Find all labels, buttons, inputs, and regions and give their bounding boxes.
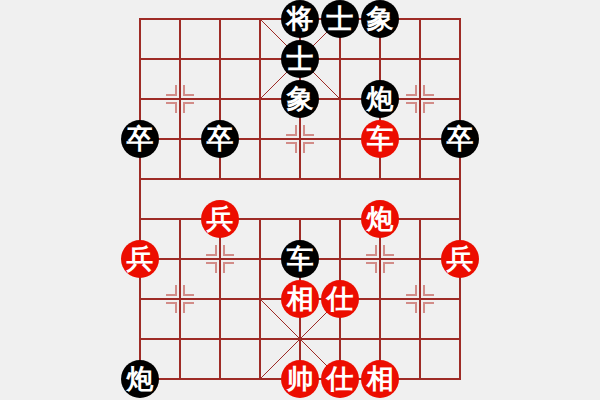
piece-black-advisor[interactable]: 士 <box>321 0 359 38</box>
piece-black-general[interactable]: 将 <box>281 0 319 38</box>
piece-black-soldier[interactable]: 卒 <box>441 120 479 158</box>
piece-black-cannon[interactable]: 炮 <box>361 80 399 118</box>
piece-black-soldier[interactable]: 卒 <box>121 120 159 158</box>
piece-red-advisor[interactable]: 仕 <box>321 280 359 318</box>
piece-red-soldier[interactable]: 兵 <box>441 240 479 278</box>
pieces-layer: 将士象士象炮卒卒车卒兵炮兵车兵相仕炮帅仕相 <box>0 0 600 400</box>
piece-red-elephant[interactable]: 相 <box>281 280 319 318</box>
piece-red-chariot[interactable]: 车 <box>361 120 399 158</box>
piece-red-soldier[interactable]: 兵 <box>121 240 159 278</box>
piece-red-general[interactable]: 帅 <box>281 360 319 398</box>
piece-red-advisor[interactable]: 仕 <box>321 360 359 398</box>
piece-black-elephant[interactable]: 象 <box>361 0 399 38</box>
xiangqi-board: 将士象士象炮卒卒车卒兵炮兵车兵相仕炮帅仕相 <box>0 0 600 400</box>
piece-black-soldier[interactable]: 卒 <box>201 120 239 158</box>
piece-red-cannon[interactable]: 炮 <box>361 200 399 238</box>
piece-red-elephant[interactable]: 相 <box>361 360 399 398</box>
piece-black-cannon[interactable]: 炮 <box>121 360 159 398</box>
piece-red-soldier[interactable]: 兵 <box>201 200 239 238</box>
piece-black-chariot[interactable]: 车 <box>281 240 319 278</box>
piece-black-advisor[interactable]: 士 <box>281 40 319 78</box>
piece-black-elephant[interactable]: 象 <box>281 80 319 118</box>
